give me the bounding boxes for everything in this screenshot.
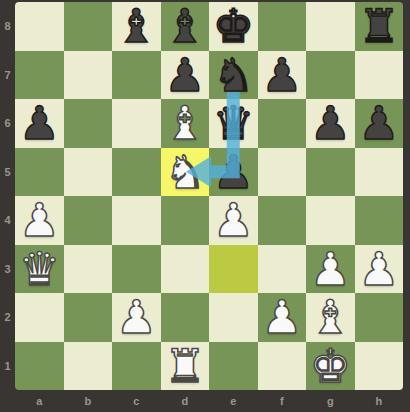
square-h1[interactable] [355,342,404,391]
white-bishop-g2[interactable]: ♝ [310,294,351,340]
rank-labels: 87654321 [0,2,15,390]
square-g5[interactable] [306,148,355,197]
rank-label-7: 7 [0,51,15,100]
black-knight-e7[interactable]: ♞ [213,52,254,98]
square-f6[interactable] [258,99,307,148]
square-h3[interactable]: ♟ [355,245,404,294]
black-queen-e6[interactable]: ♛ [213,100,254,146]
square-g3[interactable]: ♟ [306,245,355,294]
square-b8[interactable] [64,2,113,51]
square-c1[interactable] [112,342,161,391]
square-f1[interactable] [258,342,307,391]
square-a2[interactable] [15,293,64,342]
square-c2[interactable]: ♟ [112,293,161,342]
white-pawn-a4[interactable]: ♟ [19,197,60,243]
square-f4[interactable] [258,196,307,245]
square-f2[interactable]: ♟ [258,293,307,342]
white-queen-a3[interactable]: ♛ [19,246,60,292]
square-d2[interactable] [161,293,210,342]
square-c5[interactable] [112,148,161,197]
square-a5[interactable] [15,148,64,197]
square-c3[interactable] [112,245,161,294]
rank-label-8: 8 [0,2,15,51]
square-b2[interactable] [64,293,113,342]
square-b5[interactable] [64,148,113,197]
square-d8[interactable]: ♝ [161,2,210,51]
square-d4[interactable] [161,196,210,245]
file-labels: abcdefgh [15,390,403,412]
rank-label-4: 4 [0,196,15,245]
rank-label-6: 6 [0,99,15,148]
file-label-f: f [258,390,307,412]
file-label-a: a [15,390,64,412]
square-h6[interactable]: ♟ [355,99,404,148]
white-pawn-g3[interactable]: ♟ [310,246,351,292]
white-king-g1[interactable]: ♚ [310,343,351,389]
square-d6[interactable]: ♝ [161,99,210,148]
square-h7[interactable] [355,51,404,100]
square-b7[interactable] [64,51,113,100]
square-e7[interactable]: ♞ [209,51,258,100]
black-bishop-c8[interactable]: ♝ [116,3,157,49]
white-knight-d5[interactable]: ♞ [164,149,205,195]
square-a6[interactable]: ♟ [15,99,64,148]
square-g4[interactable] [306,196,355,245]
square-h4[interactable] [355,196,404,245]
black-bishop-d8[interactable]: ♝ [164,3,205,49]
square-d5[interactable]: ♞ [161,148,210,197]
square-e1[interactable] [209,342,258,391]
white-pawn-e4[interactable]: ♟ [213,197,254,243]
square-f5[interactable] [258,148,307,197]
rank-label-1: 1 [0,342,15,391]
rank-label-3: 3 [0,245,15,294]
square-e8[interactable]: ♚ [209,2,258,51]
square-g7[interactable] [306,51,355,100]
square-b1[interactable] [64,342,113,391]
white-pawn-h3[interactable]: ♟ [358,246,399,292]
square-f8[interactable] [258,2,307,51]
white-rook-d1[interactable]: ♜ [164,343,205,389]
square-c7[interactable] [112,51,161,100]
black-rook-h8[interactable]: ♜ [358,3,399,49]
square-a7[interactable] [15,51,64,100]
square-d1[interactable]: ♜ [161,342,210,391]
square-e2[interactable] [209,293,258,342]
file-label-h: h [355,390,404,412]
file-label-c: c [112,390,161,412]
square-e5[interactable]: ♟ [209,148,258,197]
square-g6[interactable]: ♟ [306,99,355,148]
square-g8[interactable] [306,2,355,51]
black-pawn-d7[interactable]: ♟ [164,52,205,98]
square-e4[interactable]: ♟ [209,196,258,245]
square-h8[interactable]: ♜ [355,2,404,51]
white-pawn-c2[interactable]: ♟ [116,294,157,340]
black-pawn-h6[interactable]: ♟ [358,100,399,146]
square-a3[interactable]: ♛ [15,245,64,294]
square-b4[interactable] [64,196,113,245]
square-b3[interactable] [64,245,113,294]
square-c4[interactable] [112,196,161,245]
file-label-b: b [64,390,113,412]
square-e3[interactable] [209,245,258,294]
square-d3[interactable] [161,245,210,294]
square-a1[interactable] [15,342,64,391]
file-label-g: g [306,390,355,412]
square-f7[interactable]: ♟ [258,51,307,100]
rank-label-2: 2 [0,293,15,342]
white-bishop-d6[interactable]: ♝ [164,100,205,146]
black-king-e8[interactable]: ♚ [213,3,254,49]
file-label-d: d [161,390,210,412]
white-pawn-f2[interactable]: ♟ [261,294,302,340]
square-g2[interactable]: ♝ [306,293,355,342]
square-h5[interactable] [355,148,404,197]
file-label-e: e [209,390,258,412]
square-a4[interactable]: ♟ [15,196,64,245]
square-g1[interactable]: ♚ [306,342,355,391]
square-c8[interactable]: ♝ [112,2,161,51]
rank-label-5: 5 [0,148,15,197]
square-h2[interactable] [355,293,404,342]
board[interactable]: ♝♝♚♜♟♞♟♟♝♛♟♟♞♟♟♟♛♟♟♟♟♝♜♚ [15,2,403,390]
black-pawn-a6[interactable]: ♟ [19,100,60,146]
square-c6[interactable] [112,99,161,148]
black-pawn-e5[interactable]: ♟ [213,149,254,195]
square-a8[interactable] [15,2,64,51]
square-e6[interactable]: ♛ [209,99,258,148]
square-f3[interactable] [258,245,307,294]
black-pawn-f7[interactable]: ♟ [261,52,302,98]
square-d7[interactable]: ♟ [161,51,210,100]
square-b6[interactable] [64,99,113,148]
black-pawn-g6[interactable]: ♟ [310,100,351,146]
